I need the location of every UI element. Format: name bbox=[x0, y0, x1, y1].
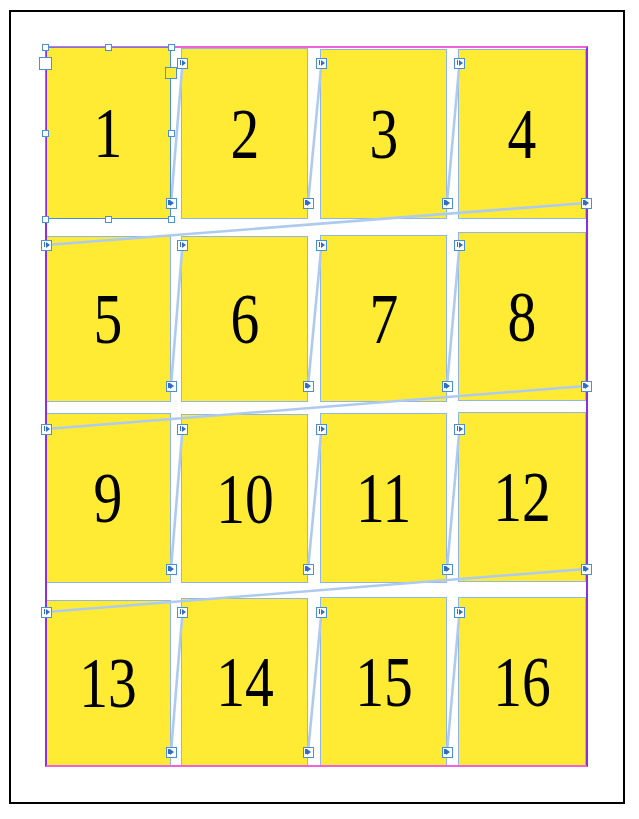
out-port-frame-12[interactable] bbox=[581, 564, 592, 575]
text-frame-6[interactable]: 6 bbox=[181, 236, 308, 402]
port-triangle-icon bbox=[182, 609, 186, 615]
text-frame-8[interactable]: 8 bbox=[458, 232, 586, 401]
selection-handle[interactable] bbox=[42, 216, 49, 223]
port-triangle-icon bbox=[182, 426, 186, 432]
text-frame-15[interactable]: 15 bbox=[320, 597, 447, 766]
in-port-frame-9[interactable] bbox=[41, 424, 52, 435]
port-triangle-icon bbox=[585, 566, 589, 572]
in-port-frame-2[interactable] bbox=[177, 58, 188, 69]
port-triangle-icon bbox=[459, 242, 463, 248]
out-port-frame-6[interactable] bbox=[303, 381, 314, 392]
in-port-frame-11[interactable] bbox=[316, 424, 327, 435]
out-port-frame-3[interactable] bbox=[442, 198, 453, 209]
frame-number: 1 bbox=[94, 97, 123, 169]
text-frame-10[interactable]: 10 bbox=[181, 414, 308, 583]
port-triangle-icon bbox=[446, 383, 450, 389]
pasteboard-canvas: 12345678910111213141516 bbox=[0, 0, 639, 819]
story-start-in-port[interactable] bbox=[39, 57, 52, 70]
frame-number: 14 bbox=[216, 646, 274, 718]
port-triangle-icon bbox=[321, 60, 325, 66]
frame-number: 3 bbox=[369, 98, 398, 170]
selected-frame-out-port[interactable] bbox=[165, 67, 177, 79]
in-port-frame-5[interactable] bbox=[41, 240, 52, 251]
port-triangle-icon bbox=[321, 426, 325, 432]
in-port-frame-6[interactable] bbox=[177, 240, 188, 251]
text-frame-11[interactable]: 11 bbox=[320, 413, 447, 583]
selection-handle[interactable] bbox=[168, 44, 175, 51]
text-frame-3[interactable]: 3 bbox=[320, 49, 447, 219]
text-frame-12[interactable]: 12 bbox=[458, 412, 586, 582]
port-triangle-icon bbox=[307, 383, 311, 389]
frame-number: 12 bbox=[493, 461, 551, 533]
port-triangle-icon bbox=[46, 242, 50, 248]
text-frame-2[interactable]: 2 bbox=[181, 48, 308, 219]
port-triangle-icon bbox=[170, 566, 174, 572]
out-port-frame-2[interactable] bbox=[303, 198, 314, 209]
frame-number: 15 bbox=[355, 646, 413, 718]
frame-number: 8 bbox=[508, 281, 537, 353]
out-port-frame-13[interactable] bbox=[166, 747, 177, 758]
port-triangle-icon bbox=[446, 566, 450, 572]
selection-handle[interactable] bbox=[105, 216, 112, 223]
port-triangle-icon bbox=[170, 749, 174, 755]
in-port-frame-14[interactable] bbox=[177, 607, 188, 618]
frame-number: 11 bbox=[356, 462, 411, 534]
text-frame-7[interactable]: 7 bbox=[320, 235, 447, 402]
selection-handle[interactable] bbox=[42, 130, 49, 137]
frame-number: 13 bbox=[79, 647, 137, 719]
port-triangle-icon bbox=[446, 749, 450, 755]
port-triangle-icon bbox=[307, 200, 311, 206]
text-frame-13[interactable]: 13 bbox=[45, 600, 171, 766]
frame-number: 7 bbox=[369, 283, 398, 355]
text-frame-1[interactable]: 1 bbox=[45, 47, 171, 219]
port-triangle-icon bbox=[182, 60, 186, 66]
out-port-frame-8[interactable] bbox=[581, 381, 592, 392]
text-frame-14[interactable]: 14 bbox=[181, 598, 308, 766]
frame-number: 10 bbox=[216, 463, 274, 535]
out-port-frame-5[interactable] bbox=[166, 381, 177, 392]
text-frame-9[interactable]: 9 bbox=[45, 413, 171, 583]
out-port-frame-10[interactable] bbox=[303, 564, 314, 575]
port-triangle-icon bbox=[585, 383, 589, 389]
text-frame-4[interactable]: 4 bbox=[458, 49, 586, 219]
in-port-frame-13[interactable] bbox=[41, 607, 52, 618]
in-port-frame-3[interactable] bbox=[316, 58, 327, 69]
port-triangle-icon bbox=[321, 609, 325, 615]
out-port-frame-11[interactable] bbox=[442, 564, 453, 575]
out-port-frame-1[interactable] bbox=[166, 198, 177, 209]
in-port-frame-16[interactable] bbox=[454, 607, 465, 618]
selection-handle[interactable] bbox=[168, 130, 175, 137]
port-triangle-icon bbox=[321, 242, 325, 248]
text-frame-16[interactable]: 16 bbox=[458, 597, 586, 766]
port-triangle-icon bbox=[459, 426, 463, 432]
port-triangle-icon bbox=[182, 242, 186, 248]
in-port-frame-4[interactable] bbox=[454, 58, 465, 69]
port-triangle-icon bbox=[46, 426, 50, 432]
out-port-frame-15[interactable] bbox=[442, 747, 453, 758]
in-port-frame-7[interactable] bbox=[316, 240, 327, 251]
frame-number: 5 bbox=[94, 283, 123, 355]
frame-number: 9 bbox=[94, 462, 123, 534]
port-triangle-icon bbox=[585, 200, 589, 206]
out-port-frame-7[interactable] bbox=[442, 381, 453, 392]
in-port-frame-15[interactable] bbox=[316, 607, 327, 618]
port-triangle-icon bbox=[46, 609, 50, 615]
frame-number: 6 bbox=[230, 283, 259, 355]
frame-number: 16 bbox=[493, 646, 551, 718]
port-triangle-icon bbox=[459, 609, 463, 615]
selection-handle[interactable] bbox=[105, 44, 112, 51]
text-frame-5[interactable]: 5 bbox=[45, 236, 171, 402]
out-port-frame-14[interactable] bbox=[303, 747, 314, 758]
port-triangle-icon bbox=[307, 749, 311, 755]
out-port-frame-9[interactable] bbox=[166, 564, 177, 575]
selection-handle[interactable] bbox=[168, 216, 175, 223]
in-port-frame-10[interactable] bbox=[177, 424, 188, 435]
selection-handle[interactable] bbox=[42, 44, 49, 51]
out-port-frame-4[interactable] bbox=[581, 198, 592, 209]
port-triangle-icon bbox=[307, 566, 311, 572]
port-triangle-icon bbox=[446, 200, 450, 206]
port-triangle-icon bbox=[170, 200, 174, 206]
port-triangle-icon bbox=[459, 60, 463, 66]
port-triangle-icon bbox=[170, 383, 174, 389]
in-port-frame-12[interactable] bbox=[454, 424, 465, 435]
frame-number: 4 bbox=[508, 98, 537, 170]
frame-number: 2 bbox=[230, 98, 259, 170]
in-port-frame-8[interactable] bbox=[454, 240, 465, 251]
